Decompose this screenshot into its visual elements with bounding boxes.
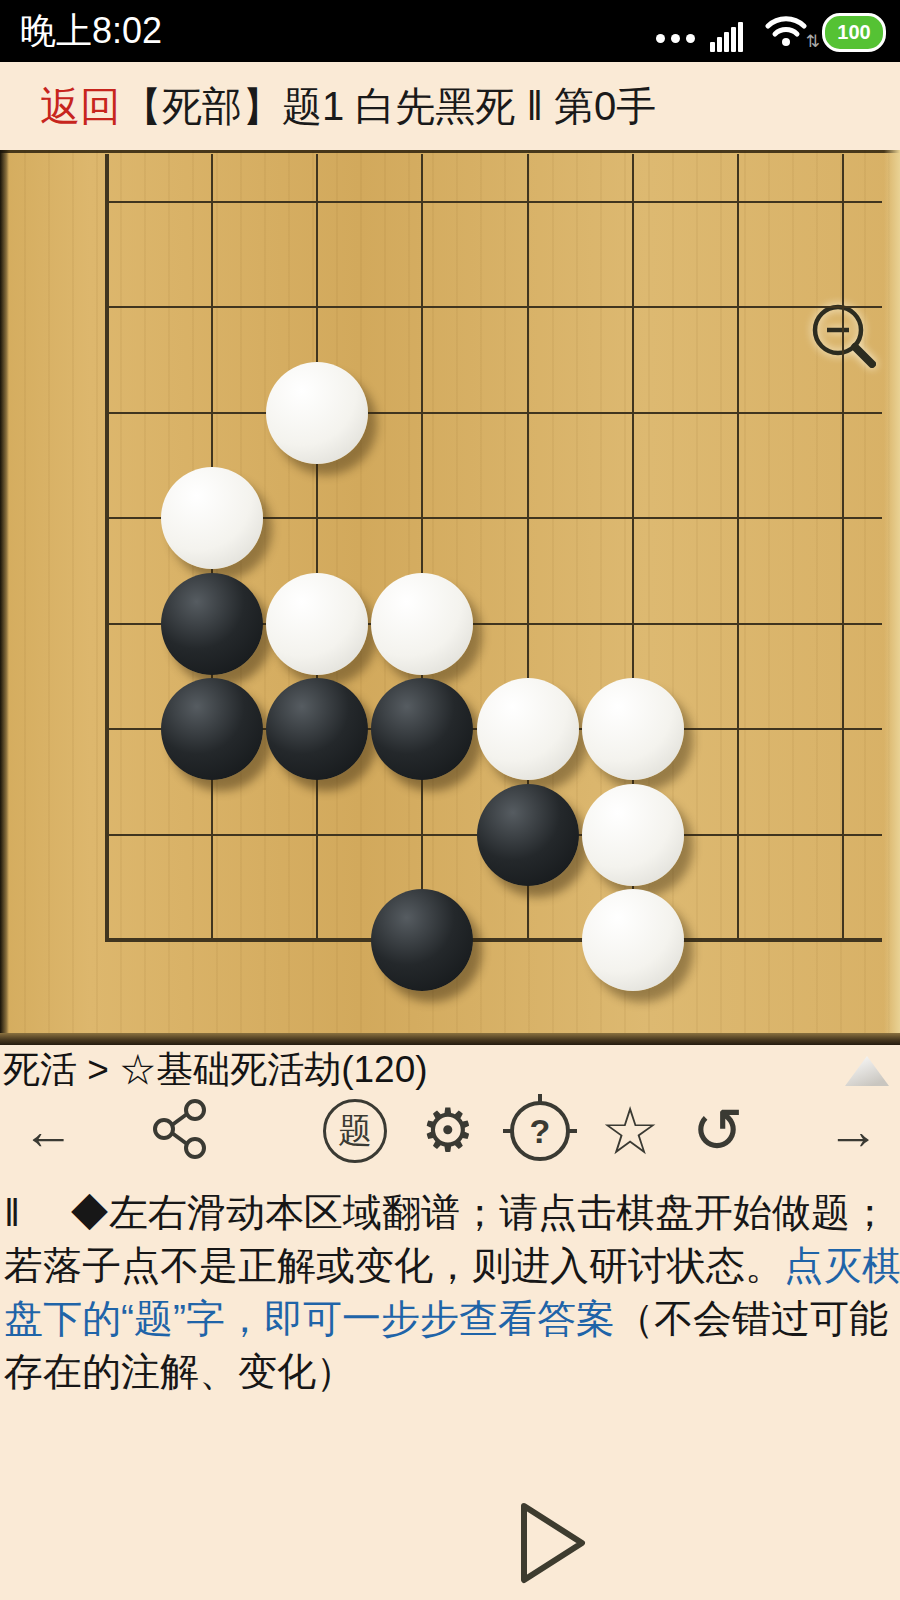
white-stone (582, 889, 684, 991)
instructions-text: ‖ ◆左右滑动本区域翻谱；请点击棋盘开始做题； 若落子点不是正解或变化，则进入研… (4, 1186, 900, 1398)
breadcrumb-bar: 死活 > ☆基础死活劫(120) (0, 1045, 900, 1095)
black-stone (477, 784, 579, 886)
wifi-icon: ⇅ (765, 14, 807, 50)
more-icon (656, 34, 695, 43)
grid-line (105, 201, 882, 203)
status-icons: ⇅ 100 (656, 13, 886, 52)
header-bar: 返回 【死部】题1 白先黑死 ‖ 第0手 (0, 62, 900, 150)
toolbar: ← 题 ⚙ ? ☆ ↺ → (0, 1095, 900, 1167)
black-stone (161, 678, 263, 780)
board-right-edge (884, 150, 900, 1045)
white-stone (161, 467, 263, 569)
clock-label: 晚上8:02 (20, 7, 162, 56)
replay-button[interactable]: ↺ (692, 1100, 744, 1162)
page-title: 【死部】题1 白先黑死 ‖ 第0手 (122, 79, 656, 134)
share-button[interactable] (153, 1099, 207, 1163)
prev-move-button[interactable]: ← (22, 1105, 74, 1157)
white-stone (266, 362, 368, 464)
black-stone (371, 889, 473, 991)
breadcrumb[interactable]: 死活 > ☆基础死活劫(120) (3, 1045, 428, 1095)
go-board[interactable] (0, 150, 900, 1045)
help-button[interactable]: ? (510, 1101, 570, 1161)
show-answer-button[interactable]: 题 (323, 1099, 387, 1163)
grid-line (737, 154, 739, 942)
white-stone (582, 678, 684, 780)
black-stone (371, 678, 473, 780)
help-icon: ? (510, 1101, 570, 1161)
signal-bars-icon (710, 18, 750, 52)
status-bar: 晚上8:02 ⇅ 100 (0, 0, 900, 62)
white-stone (266, 573, 368, 675)
grid-line (421, 154, 423, 942)
black-stone (266, 678, 368, 780)
board-bottom-edge (0, 1033, 900, 1045)
grid-line (842, 154, 844, 942)
share-icon (153, 1099, 207, 1159)
play-button[interactable] (512, 1496, 596, 1590)
white-stone (582, 784, 684, 886)
instruction-segment: ‖ ◆左右滑动本区域翻谱；请点击棋盘开始做题； 若落子点不是正解或变化，则进入研… (4, 1191, 889, 1287)
battery-level: 100 (837, 21, 870, 44)
white-stone (371, 573, 473, 675)
board-edge-line (105, 938, 882, 942)
app-screen: 晚上8:02 ⇅ 100 (0, 0, 900, 1600)
next-move-button[interactable]: → (827, 1105, 879, 1157)
board-left-edge (0, 150, 9, 1045)
problem-badge-icon: 题 (323, 1099, 387, 1163)
settings-button[interactable]: ⚙ (421, 1101, 475, 1161)
collapse-panel-button[interactable] (842, 1053, 892, 1089)
battery-indicator: 100 (822, 13, 886, 52)
wifi-traffic-icon: ⇅ (806, 31, 820, 52)
board-edge-line (105, 154, 109, 942)
grid-line (105, 306, 882, 308)
back-button[interactable]: 返回 (40, 79, 120, 134)
white-stone (477, 678, 579, 780)
black-stone (161, 573, 263, 675)
favorite-button[interactable]: ☆ (600, 1098, 659, 1164)
grid-line (316, 154, 318, 942)
grid-line (105, 412, 882, 414)
